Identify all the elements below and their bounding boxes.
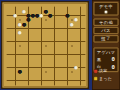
white-stone: ●: [22, 9, 26, 13]
hoshi-point: [43, 17, 47, 21]
menu-resign-label: 投了: [101, 36, 110, 42]
white-stone: ●: [74, 65, 78, 69]
menu-pass-label: パス: [101, 27, 111, 33]
hoshi-point: [69, 43, 73, 47]
menu-item-pass[interactable]: パス: [94, 27, 119, 34]
white-stone: ●: [17, 22, 21, 26]
go-board[interactable]: ●●●●●●●●●●●●●●●●●: [1, 1, 89, 89]
game-screen: ●●●●●●●●●●●●●●●●● デモ中 その他 パス 投了 アゲハマ 黒 0…: [0, 0, 120, 90]
a-button-label: 決定: [99, 68, 108, 74]
menu-other-label: その他: [99, 19, 113, 25]
white-stone: ●: [39, 13, 43, 17]
captures-title: アゲハマ: [96, 49, 117, 55]
black-stone: ●: [48, 13, 52, 17]
b-button-hint[interactable]: まった: [94, 76, 119, 82]
button-hints: 決定 まった: [94, 67, 119, 82]
menu-item-resign[interactable]: 投了: [94, 35, 119, 42]
sidebar-panel: デモ中 その他 パス 投了 アゲハマ 黒 0 白 0 決定: [92, 0, 120, 90]
demo-status-label: デモ中: [99, 3, 113, 9]
black-stone: ●: [65, 13, 69, 17]
hoshi-point: [43, 69, 47, 73]
a-button-icon: [94, 69, 98, 73]
menu-item-other[interactable]: その他: [94, 19, 119, 26]
hoshi-point: [69, 69, 73, 73]
white-stone-icon: [104, 10, 108, 14]
black-stone: ●: [17, 69, 21, 73]
black-captures-row: 黒 0: [96, 56, 117, 63]
a-button-hint[interactable]: 決定: [94, 68, 119, 74]
white-stone: ●: [74, 17, 78, 21]
white-stone: ●: [69, 22, 73, 26]
black-captures-label: 黒: [97, 56, 101, 62]
white-stone: ●: [13, 13, 17, 17]
stone-layer[interactable]: ●●●●●●●●●●●●●●●●●: [4, 4, 86, 86]
b-button-label: まった: [99, 76, 112, 82]
black-captures-count: 0: [112, 56, 115, 63]
black-stone: ●: [26, 17, 30, 21]
hoshi-point: [43, 43, 47, 47]
black-stone: ●: [22, 22, 26, 26]
demo-status-box: デモ中: [94, 2, 119, 15]
white-stone: ●: [17, 30, 21, 34]
hoshi-point: [17, 43, 21, 47]
b-button-icon: [94, 76, 98, 80]
